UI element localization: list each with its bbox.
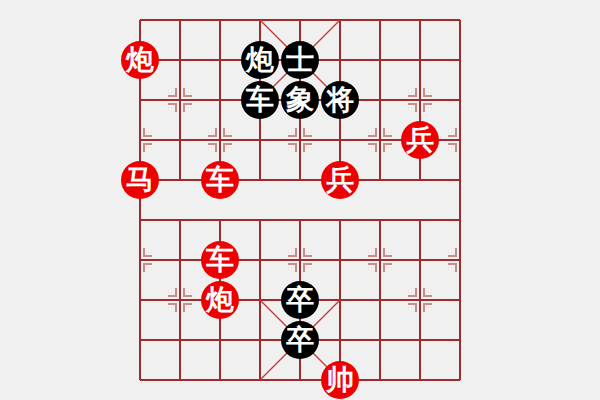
piece-red-horse[interactable]: 马	[121, 161, 159, 199]
xiangqi-board-screenshot: 炮马车兵兵车炮帅炮士车象将卒卒	[0, 0, 600, 400]
piece-black-elephant[interactable]: 象	[281, 81, 319, 119]
piece-red-rook[interactable]: 车	[201, 241, 239, 279]
piece-black-advisor[interactable]: 士	[281, 41, 319, 79]
piece-red-cannon[interactable]: 炮	[121, 41, 159, 79]
piece-red-pawn[interactable]: 兵	[401, 121, 439, 159]
piece-red-cannon[interactable]: 炮	[201, 281, 239, 319]
piece-red-pawn[interactable]: 兵	[321, 161, 359, 199]
board-grid[interactable]: 炮马车兵兵车炮帅炮士车象将卒卒	[120, 0, 480, 400]
piece-red-rook[interactable]: 车	[201, 161, 239, 199]
piece-black-rook[interactable]: 车	[241, 81, 279, 119]
piece-black-general[interactable]: 将	[321, 81, 359, 119]
piece-red-general[interactable]: 帅	[321, 361, 359, 399]
piece-black-soldier[interactable]: 卒	[281, 321, 319, 359]
piece-black-cannon[interactable]: 炮	[241, 41, 279, 79]
piece-black-soldier[interactable]: 卒	[281, 281, 319, 319]
